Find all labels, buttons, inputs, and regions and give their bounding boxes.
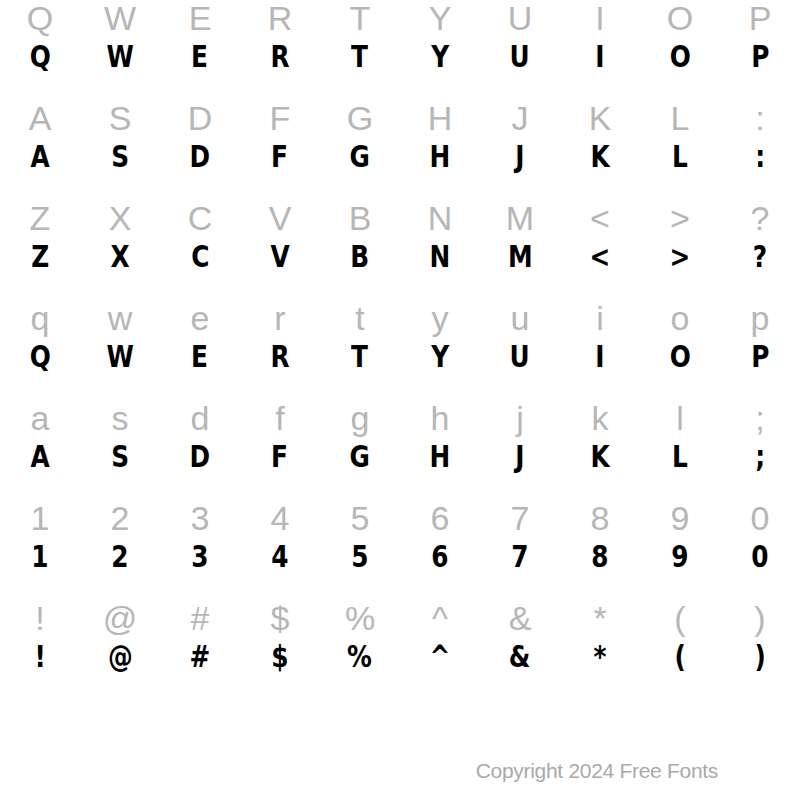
font-char: M [480, 234, 560, 278]
reference-char: U [480, 0, 560, 38]
reference-char: M [480, 198, 560, 238]
font-char: % [320, 634, 400, 678]
reference-char: N [400, 198, 480, 238]
row-pair: qwertyuiopQWERTYUIOP [0, 300, 800, 400]
font-char: ( [640, 634, 720, 678]
font-char: @ [80, 634, 160, 678]
reference-char: h [400, 398, 480, 438]
row-pair: 12345678901234567890 [0, 500, 800, 600]
reference-char: ) [720, 598, 800, 638]
font-char: G [320, 434, 400, 478]
reference-char: < [560, 198, 640, 238]
font-char: ^ [400, 634, 480, 678]
reference-char: 1 [0, 498, 80, 538]
font-char: W [80, 34, 160, 78]
reference-char: 7 [480, 498, 560, 538]
reference-char: y [400, 298, 480, 338]
reference-char: Y [400, 0, 480, 38]
reference-char: # [160, 598, 240, 638]
reference-char: A [0, 98, 80, 138]
font-char: Q [0, 34, 80, 78]
reference-char: ( [640, 598, 720, 638]
font-char: T [320, 34, 400, 78]
font-char: ? [720, 234, 800, 278]
font-char: S [80, 434, 160, 478]
font-char: 7 [480, 534, 560, 578]
font-char: A [0, 134, 80, 178]
reference-char: ^ [400, 598, 480, 638]
row-pair: asdfghjkl;ASDFGHJKL; [0, 400, 800, 500]
font-char: 8 [560, 534, 640, 578]
font-char: S [80, 134, 160, 178]
reference-char: ? [720, 198, 800, 238]
font-char: T [320, 334, 400, 378]
reference-char: % [320, 598, 400, 638]
font-char: * [560, 634, 640, 678]
font-char: ! [0, 634, 80, 678]
font-glyph-row: ZXCVBNM<>? [0, 234, 800, 278]
font-char: P [720, 334, 800, 378]
reference-char: P [720, 0, 800, 38]
font-char: 6 [400, 534, 480, 578]
font-char: R [240, 334, 320, 378]
reference-char: w [80, 298, 160, 338]
reference-char: f [240, 398, 320, 438]
font-char: 0 [720, 534, 800, 578]
reference-row: qwertyuiop [0, 298, 800, 338]
font-glyph-row: ASDFGHJKL: [0, 134, 800, 178]
reference-char: 0 [720, 498, 800, 538]
font-char: 4 [240, 534, 320, 578]
reference-char: s [80, 398, 160, 438]
font-char: D [160, 434, 240, 478]
reference-char: S [80, 98, 160, 138]
reference-char: > [640, 198, 720, 238]
font-char: # [160, 634, 240, 678]
reference-char: H [400, 98, 480, 138]
font-char: Q [0, 334, 80, 378]
font-specimen-page: QWERTYUIOPQWERTYUIOPASDFGHJKL:ASDFGHJKL:… [0, 0, 800, 800]
reference-char: $ [240, 598, 320, 638]
copyright-text: Copyright 2024 Free Fonts [476, 758, 718, 784]
reference-char: 4 [240, 498, 320, 538]
reference-char: F [240, 98, 320, 138]
reference-char: l [640, 398, 720, 438]
font-char: L [640, 434, 720, 478]
character-map-grid: QWERTYUIOPQWERTYUIOPASDFGHJKL:ASDFGHJKL:… [0, 0, 800, 700]
reference-char: r [240, 298, 320, 338]
reference-char: 8 [560, 498, 640, 538]
font-char: H [400, 434, 480, 478]
reference-char: o [640, 298, 720, 338]
reference-char: O [640, 0, 720, 38]
reference-char: ! [0, 598, 80, 638]
font-char: : [720, 134, 800, 178]
font-glyph-row: QWERTYUIOP [0, 334, 800, 378]
font-char: ; [720, 434, 800, 478]
font-char: D [160, 134, 240, 178]
font-char: A [0, 434, 80, 478]
reference-row: asdfghjkl; [0, 398, 800, 438]
reference-char: I [560, 0, 640, 38]
reference-char: C [160, 198, 240, 238]
row-pair: ZXCVBNM<>?ZXCVBNM<>? [0, 200, 800, 300]
font-char: > [640, 234, 720, 278]
font-char: $ [240, 634, 320, 678]
font-char: J [480, 434, 560, 478]
reference-char: : [720, 98, 800, 138]
font-char: G [320, 134, 400, 178]
font-char: L [640, 134, 720, 178]
reference-char: Z [0, 198, 80, 238]
reference-char: q [0, 298, 80, 338]
reference-char: G [320, 98, 400, 138]
reference-char: X [80, 198, 160, 238]
reference-char: R [240, 0, 320, 38]
font-char: 9 [640, 534, 720, 578]
reference-char: D [160, 98, 240, 138]
font-char: U [480, 334, 560, 378]
font-char: 1 [0, 534, 80, 578]
font-char: F [240, 434, 320, 478]
reference-char: 9 [640, 498, 720, 538]
font-char: X [80, 234, 160, 278]
font-glyph-row: ASDFGHJKL; [0, 434, 800, 478]
reference-char: K [560, 98, 640, 138]
reference-char: L [640, 98, 720, 138]
font-char: C [160, 234, 240, 278]
font-char: & [480, 634, 560, 678]
font-char: Y [400, 34, 480, 78]
reference-char: B [320, 198, 400, 238]
row-pair: ASDFGHJKL:ASDFGHJKL: [0, 100, 800, 200]
font-char: < [560, 234, 640, 278]
font-char: W [80, 334, 160, 378]
reference-char: d [160, 398, 240, 438]
reference-char: t [320, 298, 400, 338]
reference-char: 6 [400, 498, 480, 538]
reference-char: & [480, 598, 560, 638]
font-char: U [480, 34, 560, 78]
font-glyph-row: QWERTYUIOP [0, 34, 800, 78]
reference-char: g [320, 398, 400, 438]
reference-char: i [560, 298, 640, 338]
font-char: I [560, 34, 640, 78]
font-char: ) [720, 634, 800, 678]
font-char: O [640, 34, 720, 78]
reference-char: V [240, 198, 320, 238]
reference-char: e [160, 298, 240, 338]
font-char: 3 [160, 534, 240, 578]
reference-char: J [480, 98, 560, 138]
reference-char: u [480, 298, 560, 338]
reference-char: W [80, 0, 160, 38]
reference-row: 1234567890 [0, 498, 800, 538]
font-char: E [160, 34, 240, 78]
reference-row: !@#$%^&*() [0, 598, 800, 638]
font-char: I [560, 334, 640, 378]
reference-char: k [560, 398, 640, 438]
font-char: 2 [80, 534, 160, 578]
font-char: K [560, 134, 640, 178]
font-glyph-row: !@#$%^&*() [0, 634, 800, 678]
reference-char: Q [0, 0, 80, 38]
font-char: O [640, 334, 720, 378]
font-char: P [720, 34, 800, 78]
font-char: N [400, 234, 480, 278]
font-glyph-row: 1234567890 [0, 534, 800, 578]
font-char: K [560, 434, 640, 478]
font-char: Y [400, 334, 480, 378]
font-char: R [240, 34, 320, 78]
reference-char: 5 [320, 498, 400, 538]
reference-char: j [480, 398, 560, 438]
font-char: V [240, 234, 320, 278]
font-char: Z [0, 234, 80, 278]
reference-row: ASDFGHJKL: [0, 98, 800, 138]
row-pair: QWERTYUIOPQWERTYUIOP [0, 0, 800, 100]
reference-char: ; [720, 398, 800, 438]
font-char: 5 [320, 534, 400, 578]
row-pair: !@#$%^&*()!@#$%^&*() [0, 600, 800, 700]
reference-char: 3 [160, 498, 240, 538]
font-char: J [480, 134, 560, 178]
font-char: H [400, 134, 480, 178]
font-char: E [160, 334, 240, 378]
reference-char: T [320, 0, 400, 38]
reference-row: QWERTYUIOP [0, 0, 800, 38]
reference-char: a [0, 398, 80, 438]
font-char: B [320, 234, 400, 278]
reference-char: * [560, 598, 640, 638]
font-char: F [240, 134, 320, 178]
reference-char: E [160, 0, 240, 38]
reference-char: p [720, 298, 800, 338]
reference-char: @ [80, 598, 160, 638]
reference-char: 2 [80, 498, 160, 538]
reference-row: ZXCVBNM<>? [0, 198, 800, 238]
